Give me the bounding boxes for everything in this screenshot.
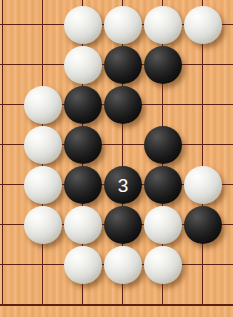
intersection[interactable] (183, 245, 223, 285)
black-stone (144, 46, 182, 84)
white-stone (144, 206, 182, 244)
white-stone (64, 6, 102, 44)
intersection[interactable] (23, 45, 63, 85)
cropped-intersection (223, 165, 233, 205)
black-stone (104, 46, 142, 84)
cropped-intersection (223, 85, 233, 125)
white-stone (184, 166, 222, 204)
black-stone (64, 86, 102, 124)
intersection[interactable] (23, 205, 63, 245)
intersection[interactable] (0, 205, 23, 245)
intersection[interactable] (23, 165, 63, 205)
black-stone (184, 206, 222, 244)
intersection[interactable] (63, 245, 103, 285)
intersection[interactable] (63, 45, 103, 85)
intersection[interactable] (63, 165, 103, 205)
intersection[interactable] (143, 125, 183, 165)
intersection[interactable] (0, 125, 23, 165)
white-stone (144, 6, 182, 44)
intersection[interactable] (0, 45, 23, 85)
white-stone (64, 246, 102, 284)
intersection[interactable] (0, 165, 23, 205)
intersection[interactable]: 3 (103, 165, 143, 205)
intersection[interactable] (143, 285, 183, 317)
cropped-intersection (223, 245, 233, 285)
intersection[interactable] (183, 5, 223, 45)
white-stone (64, 206, 102, 244)
intersection[interactable] (63, 205, 103, 245)
intersection[interactable] (103, 5, 143, 45)
intersection[interactable] (143, 45, 183, 85)
white-stone (184, 6, 222, 44)
intersection[interactable] (103, 205, 143, 245)
intersection[interactable] (143, 205, 183, 245)
intersection[interactable] (143, 5, 183, 45)
intersection[interactable] (183, 125, 223, 165)
intersection[interactable] (183, 85, 223, 125)
intersection[interactable] (103, 245, 143, 285)
go-board-screenshot: 3 (0, 0, 233, 317)
white-stone (24, 206, 62, 244)
intersection[interactable] (0, 85, 23, 125)
intersection[interactable] (103, 125, 143, 165)
intersection[interactable] (103, 285, 143, 317)
white-stone (64, 46, 102, 84)
cropped-intersection (223, 45, 233, 85)
white-stone (144, 246, 182, 284)
white-stone (104, 6, 142, 44)
intersection[interactable] (23, 5, 63, 45)
white-stone (24, 166, 62, 204)
intersection[interactable] (23, 125, 63, 165)
intersection[interactable] (183, 285, 223, 317)
cropped-intersection (223, 205, 233, 245)
black-stone (64, 166, 102, 204)
intersection[interactable] (183, 205, 223, 245)
go-board[interactable]: 3 (0, 0, 233, 317)
intersection[interactable] (23, 285, 63, 317)
intersection[interactable] (183, 45, 223, 85)
intersection[interactable] (0, 285, 23, 317)
intersection[interactable] (23, 85, 63, 125)
black-stone (64, 126, 102, 164)
intersection[interactable] (63, 85, 103, 125)
white-stone (104, 246, 142, 284)
intersection[interactable] (183, 165, 223, 205)
intersection[interactable] (23, 245, 63, 285)
intersection[interactable] (143, 165, 183, 205)
white-stone (24, 86, 62, 124)
move-number-label: 3 (104, 166, 142, 204)
intersection[interactable] (143, 85, 183, 125)
intersection[interactable] (0, 5, 23, 45)
intersection[interactable] (143, 245, 183, 285)
intersection[interactable] (103, 85, 143, 125)
intersection[interactable] (63, 125, 103, 165)
intersection[interactable] (103, 45, 143, 85)
black-stone: 3 (104, 166, 142, 204)
black-stone (144, 166, 182, 204)
black-stone (144, 126, 182, 164)
intersection[interactable] (63, 5, 103, 45)
cropped-intersection (223, 125, 233, 165)
intersection[interactable] (0, 245, 23, 285)
black-stone (104, 206, 142, 244)
cropped-intersection (223, 5, 233, 45)
intersection[interactable] (63, 285, 103, 317)
cropped-intersection (223, 285, 233, 317)
black-stone (104, 86, 142, 124)
white-stone (24, 126, 62, 164)
